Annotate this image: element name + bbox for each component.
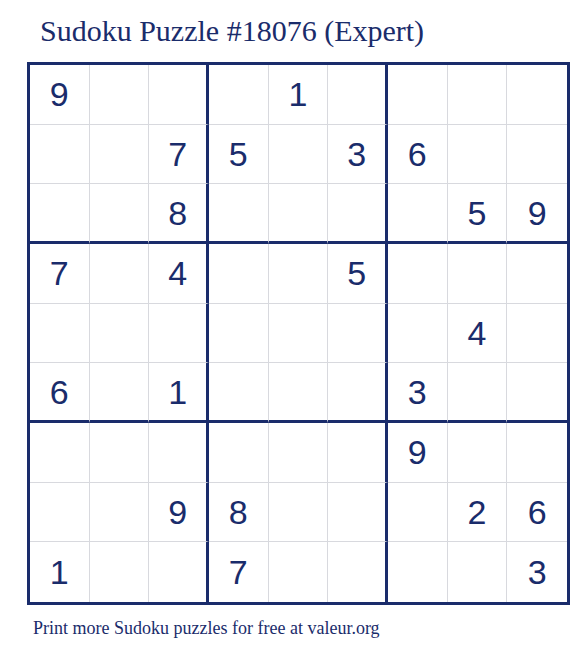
- cell-r9c2: [90, 542, 150, 602]
- cell-r8c9: 6: [507, 483, 567, 543]
- page-title: Sudoku Puzzle #18076 (Expert): [40, 14, 424, 48]
- cell-r6c3: 1: [149, 363, 209, 423]
- cell-r2c4: 5: [209, 125, 269, 185]
- cell-r2c9: [507, 125, 567, 185]
- cell-r8c7: [388, 483, 448, 543]
- cell-r3c1: [30, 184, 90, 244]
- cell-r2c1: [30, 125, 90, 185]
- cell-r7c8: [448, 423, 508, 483]
- cell-r4c2: [90, 244, 150, 304]
- cell-r9c6: [328, 542, 388, 602]
- cell-r8c6: [328, 483, 388, 543]
- cell-r9c4: 7: [209, 542, 269, 602]
- cell-r4c6: 5: [328, 244, 388, 304]
- cell-r3c3: 8: [149, 184, 209, 244]
- cell-r2c6: 3: [328, 125, 388, 185]
- cell-r8c1: [30, 483, 90, 543]
- cell-r3c5: [269, 184, 329, 244]
- cell-r2c7: 6: [388, 125, 448, 185]
- cell-r5c8: 4: [448, 304, 508, 364]
- cell-r6c6: [328, 363, 388, 423]
- cell-r6c8: [448, 363, 508, 423]
- cell-r1c7: [388, 65, 448, 125]
- cell-r1c3: [149, 65, 209, 125]
- cell-r2c5: [269, 125, 329, 185]
- cell-r5c9: [507, 304, 567, 364]
- cell-r3c7: [388, 184, 448, 244]
- cell-r8c4: 8: [209, 483, 269, 543]
- cell-r1c9: [507, 65, 567, 125]
- cell-r4c9: [507, 244, 567, 304]
- cell-r1c6: [328, 65, 388, 125]
- cell-r9c8: [448, 542, 508, 602]
- cell-r3c2: [90, 184, 150, 244]
- cell-r5c3: [149, 304, 209, 364]
- cell-r5c5: [269, 304, 329, 364]
- cell-r5c2: [90, 304, 150, 364]
- cell-r1c1: 9: [30, 65, 90, 125]
- cell-r4c1: 7: [30, 244, 90, 304]
- cell-r6c5: [269, 363, 329, 423]
- cell-r6c7: 3: [388, 363, 448, 423]
- cell-r7c9: [507, 423, 567, 483]
- cell-r1c5: 1: [269, 65, 329, 125]
- cell-r6c9: [507, 363, 567, 423]
- sudoku-board: 917536859745461399826173: [27, 62, 570, 605]
- cell-r7c5: [269, 423, 329, 483]
- cell-r2c8: [448, 125, 508, 185]
- cell-r5c7: [388, 304, 448, 364]
- cell-r1c8: [448, 65, 508, 125]
- cell-r7c7: 9: [388, 423, 448, 483]
- cell-r7c4: [209, 423, 269, 483]
- cell-r9c9: 3: [507, 542, 567, 602]
- footer-text: Print more Sudoku puzzles for free at va…: [33, 618, 380, 639]
- cell-r8c5: [269, 483, 329, 543]
- cell-r5c1: [30, 304, 90, 364]
- cell-r8c2: [90, 483, 150, 543]
- cell-r4c4: [209, 244, 269, 304]
- cell-r3c9: 9: [507, 184, 567, 244]
- cell-r6c2: [90, 363, 150, 423]
- cell-r9c1: 1: [30, 542, 90, 602]
- cell-r4c5: [269, 244, 329, 304]
- cell-r7c3: [149, 423, 209, 483]
- cell-r7c2: [90, 423, 150, 483]
- cell-r4c8: [448, 244, 508, 304]
- cell-r4c3: 4: [149, 244, 209, 304]
- cell-r7c1: [30, 423, 90, 483]
- cell-r3c8: 5: [448, 184, 508, 244]
- cell-r4c7: [388, 244, 448, 304]
- cell-r2c2: [90, 125, 150, 185]
- cell-r1c4: [209, 65, 269, 125]
- cell-r9c5: [269, 542, 329, 602]
- cell-r8c3: 9: [149, 483, 209, 543]
- cell-r9c7: [388, 542, 448, 602]
- cell-r6c4: [209, 363, 269, 423]
- cell-r9c3: [149, 542, 209, 602]
- cell-r3c4: [209, 184, 269, 244]
- cell-r2c3: 7: [149, 125, 209, 185]
- cell-r5c4: [209, 304, 269, 364]
- cell-r6c1: 6: [30, 363, 90, 423]
- cell-r1c2: [90, 65, 150, 125]
- cell-r7c6: [328, 423, 388, 483]
- cell-r8c8: 2: [448, 483, 508, 543]
- cell-r5c6: [328, 304, 388, 364]
- cell-r3c6: [328, 184, 388, 244]
